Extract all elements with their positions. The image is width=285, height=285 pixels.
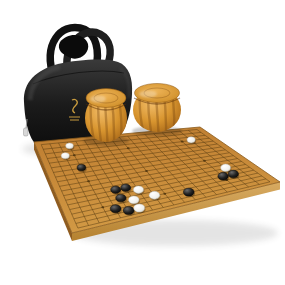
white-stone[interactable] [187, 137, 195, 143]
black-stone[interactable] [110, 205, 121, 213]
bag-handle-knot [59, 35, 88, 59]
bowl-highlight [90, 96, 106, 103]
star-point [73, 154, 76, 156]
white-stone[interactable] [128, 196, 139, 204]
stone-bowl-right [131, 84, 182, 137]
black-stone[interactable] [121, 184, 131, 191]
star-point [203, 160, 206, 162]
star-point [145, 170, 148, 172]
black-stone[interactable] [218, 172, 228, 180]
star-point [127, 147, 130, 149]
scene-canvas [0, 0, 285, 285]
white-stone[interactable] [66, 143, 74, 149]
white-stone[interactable] [149, 191, 160, 199]
black-stone[interactable] [116, 194, 126, 202]
white-stone[interactable] [221, 164, 231, 171]
black-stone[interactable] [77, 164, 86, 170]
white-stone[interactable] [133, 186, 143, 194]
white-stone[interactable] [134, 204, 145, 212]
star-point [101, 206, 104, 208]
star-point [87, 180, 90, 182]
white-stone[interactable] [61, 153, 69, 159]
black-stone[interactable] [183, 188, 194, 196]
black-stone[interactable] [111, 186, 121, 193]
black-stone[interactable] [123, 206, 134, 214]
bowl-highlight [139, 91, 157, 98]
black-stone[interactable] [228, 170, 238, 178]
star-point [163, 193, 166, 195]
star-point [181, 141, 184, 143]
go-set-product-photo [0, 0, 285, 285]
